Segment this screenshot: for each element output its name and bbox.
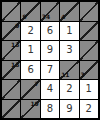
white-cell-r3c2[interactable]: 7 [41,61,59,80]
clue-cell-r5c1: 19 [21,100,39,119]
cell-value: 9 [66,104,72,114]
white-cell-r1c2[interactable]: 6 [41,22,59,41]
block-cell-r0c4 [80,2,98,21]
white-cell-r1c3[interactable]: 1 [60,22,78,41]
down-clue: 34 [42,14,50,20]
white-cell-r2c1[interactable]: 1 [21,41,39,60]
white-cell-r2c2[interactable]: 9 [41,41,59,60]
white-cell-r1c1[interactable]: 2 [21,22,39,41]
white-cell-r3c1[interactable]: 6 [21,61,39,80]
clue-cell-r3c3: 11 [60,61,78,80]
across-clue: 13 [11,62,19,68]
cell-value: 1 [86,84,92,94]
white-cell-r4c4[interactable]: 1 [80,80,98,99]
clue-cell-r0c2: 34 [41,2,59,21]
across-clue: 7 [35,81,39,87]
cell-value: 7 [47,65,53,75]
cell-value: 8 [47,104,53,114]
block-cell-r5c0 [2,100,20,119]
down-clue: 3 [81,72,85,78]
white-cell-r5c4[interactable]: 2 [80,100,98,119]
clue-cell-r4c1: 7 [21,80,39,99]
white-cell-r4c2[interactable]: 4 [41,80,59,99]
cell-value: 1 [66,26,72,36]
block-cell-r1c4 [80,22,98,41]
clue-cell-r0c3: 4 [60,2,78,21]
block-cell-r2c4 [80,41,98,60]
across-clue: 19 [30,101,38,107]
clue-cell-r3c4: 3 [80,61,98,80]
cell-value: 3 [66,45,72,55]
cell-value: 6 [47,26,53,36]
block-cell-r0c0 [2,2,20,21]
clue-cell-r0c1: 9 [21,2,39,21]
block-cell-r4c0 [2,80,20,99]
white-cell-r4c3[interactable]: 2 [60,80,78,99]
clue-cell-r1c0: 9 [2,22,20,41]
down-clue: 4 [61,14,65,20]
cell-value: 4 [47,84,53,94]
white-cell-r2c3[interactable]: 3 [60,41,78,60]
cell-value: 9 [47,45,53,55]
white-cell-r5c3[interactable]: 9 [60,100,78,119]
clue-cell-r3c0: 13 [2,61,20,80]
clue-cell-r2c0: 13 [2,41,20,60]
across-clue: 13 [11,42,19,48]
cell-value: 2 [86,104,92,114]
down-clue: 9 [22,14,26,20]
cell-value: 2 [27,26,33,36]
kakuro-board: 93449261131931367113742119892 [0,0,100,120]
white-cell-r5c2[interactable]: 8 [41,100,59,119]
cell-value: 6 [27,65,33,75]
cell-value: 2 [66,84,72,94]
across-clue: 9 [15,23,19,29]
down-clue: 11 [61,72,69,78]
cell-value: 1 [27,45,33,55]
